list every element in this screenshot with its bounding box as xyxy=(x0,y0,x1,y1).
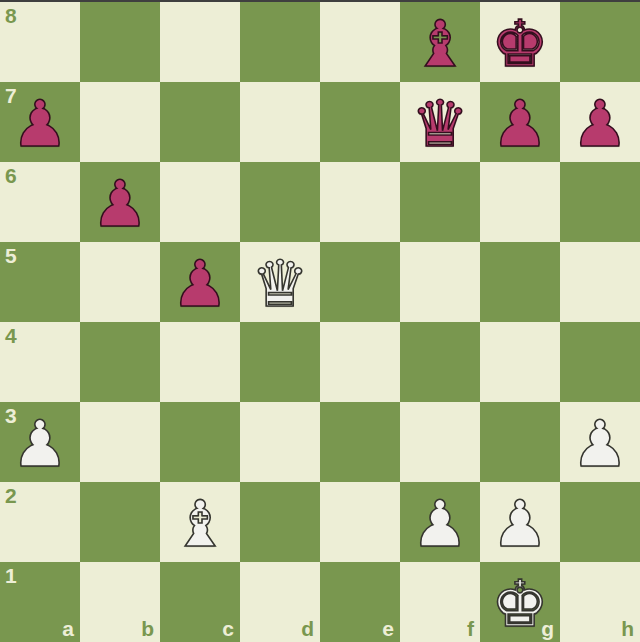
square-c5[interactable]: ♟ xyxy=(160,242,240,322)
coord-file-h: h xyxy=(621,618,634,639)
square-b4[interactable] xyxy=(80,322,160,402)
square-a8[interactable]: 8 xyxy=(0,2,80,82)
square-h8[interactable] xyxy=(560,2,640,82)
square-d3[interactable] xyxy=(240,402,320,482)
square-c2[interactable]: ♝ xyxy=(160,482,240,562)
square-b1[interactable]: b xyxy=(80,562,160,642)
coord-rank-2: 2 xyxy=(5,485,17,506)
square-d4[interactable] xyxy=(240,322,320,402)
square-f7[interactable]: ♛ xyxy=(400,82,480,162)
square-f6[interactable] xyxy=(400,162,480,242)
square-b5[interactable] xyxy=(80,242,160,322)
square-d8[interactable] xyxy=(240,2,320,82)
chess-board: 8♝♚7♟♛♟♟6♟5♟♛43♟♟2♝♟♟1abcdefg♚h xyxy=(0,2,640,642)
piece-white-pawn-g2[interactable]: ♟ xyxy=(480,482,560,562)
square-g7[interactable]: ♟ xyxy=(480,82,560,162)
square-d7[interactable] xyxy=(240,82,320,162)
chess-board-wrapper: 8♝♚7♟♛♟♟6♟5♟♛43♟♟2♝♟♟1abcdefg♚h xyxy=(0,0,640,642)
coord-file-f: f xyxy=(467,618,474,639)
piece-black-bishop-f8[interactable]: ♝ xyxy=(400,2,480,82)
square-a2[interactable]: 2 xyxy=(0,482,80,562)
square-g2[interactable]: ♟ xyxy=(480,482,560,562)
piece-black-queen-f7[interactable]: ♛ xyxy=(400,82,480,162)
square-e2[interactable] xyxy=(320,482,400,562)
piece-white-pawn-h3[interactable]: ♟ xyxy=(560,402,640,482)
square-c8[interactable] xyxy=(160,2,240,82)
square-g4[interactable] xyxy=(480,322,560,402)
square-f2[interactable]: ♟ xyxy=(400,482,480,562)
square-e3[interactable] xyxy=(320,402,400,482)
square-h1[interactable]: h xyxy=(560,562,640,642)
square-c7[interactable] xyxy=(160,82,240,162)
square-d6[interactable] xyxy=(240,162,320,242)
coord-rank-6: 6 xyxy=(5,165,17,186)
square-e7[interactable] xyxy=(320,82,400,162)
square-f1[interactable]: f xyxy=(400,562,480,642)
coord-rank-5: 5 xyxy=(5,245,17,266)
coord-rank-1: 1 xyxy=(5,565,17,586)
piece-black-pawn-h7[interactable]: ♟ xyxy=(560,82,640,162)
piece-black-pawn-c5[interactable]: ♟ xyxy=(160,242,240,322)
square-h6[interactable] xyxy=(560,162,640,242)
square-h3[interactable]: ♟ xyxy=(560,402,640,482)
piece-black-pawn-b6[interactable]: ♟ xyxy=(80,162,160,242)
square-g6[interactable] xyxy=(480,162,560,242)
square-h5[interactable] xyxy=(560,242,640,322)
square-e8[interactable] xyxy=(320,2,400,82)
piece-black-pawn-a7[interactable]: ♟ xyxy=(0,82,80,162)
coord-file-a: a xyxy=(62,618,74,639)
square-h7[interactable]: ♟ xyxy=(560,82,640,162)
piece-white-queen-d5[interactable]: ♛ xyxy=(240,242,320,322)
square-h4[interactable] xyxy=(560,322,640,402)
coord-file-c: c xyxy=(222,618,234,639)
piece-black-pawn-g7[interactable]: ♟ xyxy=(480,82,560,162)
square-g3[interactable] xyxy=(480,402,560,482)
square-a1[interactable]: 1a xyxy=(0,562,80,642)
square-d1[interactable]: d xyxy=(240,562,320,642)
piece-black-king-g8[interactable]: ♚ xyxy=(480,2,560,82)
square-e5[interactable] xyxy=(320,242,400,322)
square-c6[interactable] xyxy=(160,162,240,242)
coord-rank-4: 4 xyxy=(5,325,17,346)
square-b8[interactable] xyxy=(80,2,160,82)
square-c3[interactable] xyxy=(160,402,240,482)
square-f8[interactable]: ♝ xyxy=(400,2,480,82)
square-f4[interactable] xyxy=(400,322,480,402)
square-g5[interactable] xyxy=(480,242,560,322)
square-a3[interactable]: 3♟ xyxy=(0,402,80,482)
square-d5[interactable]: ♛ xyxy=(240,242,320,322)
coord-rank-8: 8 xyxy=(5,5,17,26)
coord-file-d: d xyxy=(301,618,314,639)
square-b3[interactable] xyxy=(80,402,160,482)
piece-white-king-g1[interactable]: ♚ xyxy=(480,562,560,642)
square-b2[interactable] xyxy=(80,482,160,562)
square-d2[interactable] xyxy=(240,482,320,562)
square-f5[interactable] xyxy=(400,242,480,322)
square-a5[interactable]: 5 xyxy=(0,242,80,322)
piece-white-pawn-a3[interactable]: ♟ xyxy=(0,402,80,482)
piece-white-bishop-c2[interactable]: ♝ xyxy=(160,482,240,562)
square-g8[interactable]: ♚ xyxy=(480,2,560,82)
square-e4[interactable] xyxy=(320,322,400,402)
square-b7[interactable] xyxy=(80,82,160,162)
square-a6[interactable]: 6 xyxy=(0,162,80,242)
square-f3[interactable] xyxy=(400,402,480,482)
square-e1[interactable]: e xyxy=(320,562,400,642)
square-h2[interactable] xyxy=(560,482,640,562)
coord-file-b: b xyxy=(141,618,154,639)
square-a4[interactable]: 4 xyxy=(0,322,80,402)
square-e6[interactable] xyxy=(320,162,400,242)
square-c4[interactable] xyxy=(160,322,240,402)
coord-file-e: e xyxy=(382,618,394,639)
square-b6[interactable]: ♟ xyxy=(80,162,160,242)
square-a7[interactable]: 7♟ xyxy=(0,82,80,162)
square-c1[interactable]: c xyxy=(160,562,240,642)
square-g1[interactable]: g♚ xyxy=(480,562,560,642)
piece-white-pawn-f2[interactable]: ♟ xyxy=(400,482,480,562)
